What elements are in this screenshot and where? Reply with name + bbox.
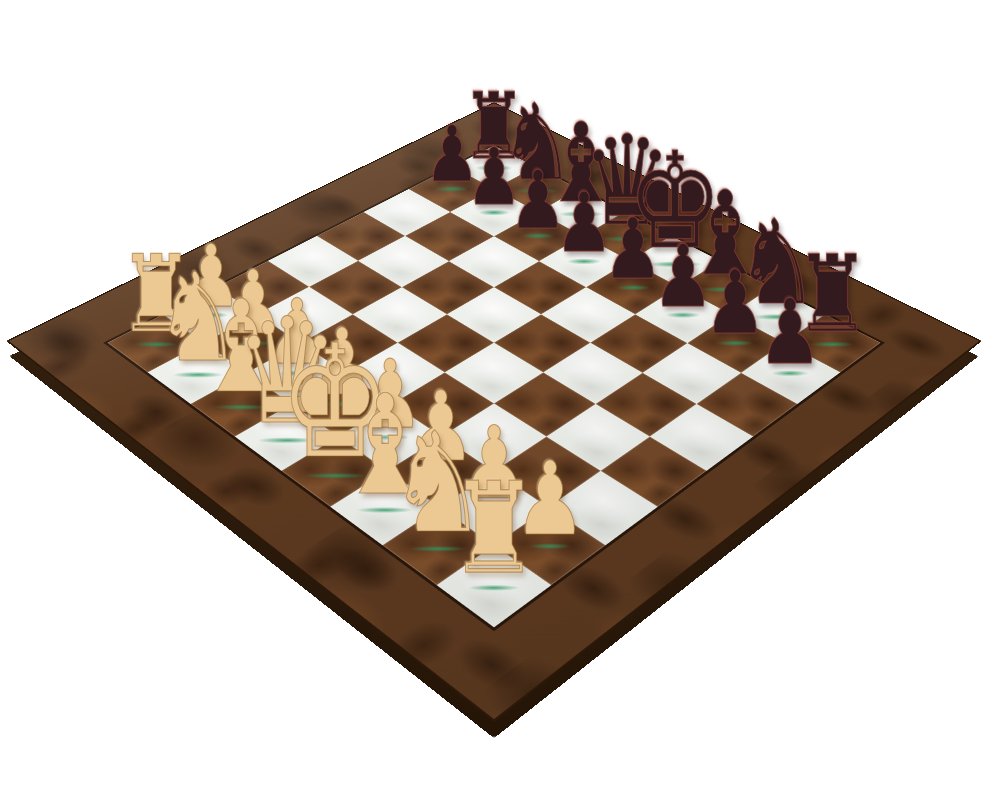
piece-white-rook-h1: ♜ xyxy=(449,466,539,592)
piece-black-pawn-h7: ♟ xyxy=(758,287,823,377)
chessboard-scene: ♜♞♝♛♚♝♞♜♟♟♟♟♟♟♟♟♟♟♟♟♟♟♟♟♜♞♝♛♚♝♞♜ xyxy=(0,0,1000,800)
product-photo: ♜♞♝♛♚♝♞♜♟♟♟♟♟♟♟♟♟♟♟♟♟♟♟♟♜♞♝♛♚♝♞♜ xyxy=(0,0,1000,800)
pieces-layer: ♜♞♝♛♚♝♞♜♟♟♟♟♟♟♟♟♟♟♟♟♟♟♟♟♜♞♝♛♚♝♞♜ xyxy=(0,0,1000,800)
